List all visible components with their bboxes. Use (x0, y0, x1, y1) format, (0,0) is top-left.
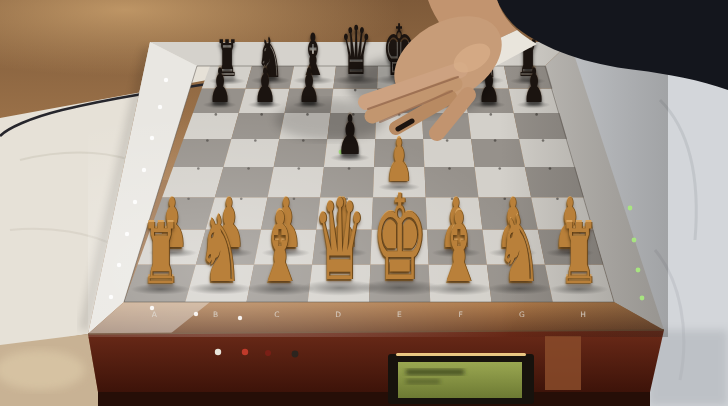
scene: ABCDEFGH ♜♞♝♛♚♝♞♜♟♟♟♟♟♟♟♟♟♟♟♟♟♟♟♟♜♞♝♛♚♝♞… (0, 0, 728, 406)
player-arm-overlay (0, 0, 728, 406)
